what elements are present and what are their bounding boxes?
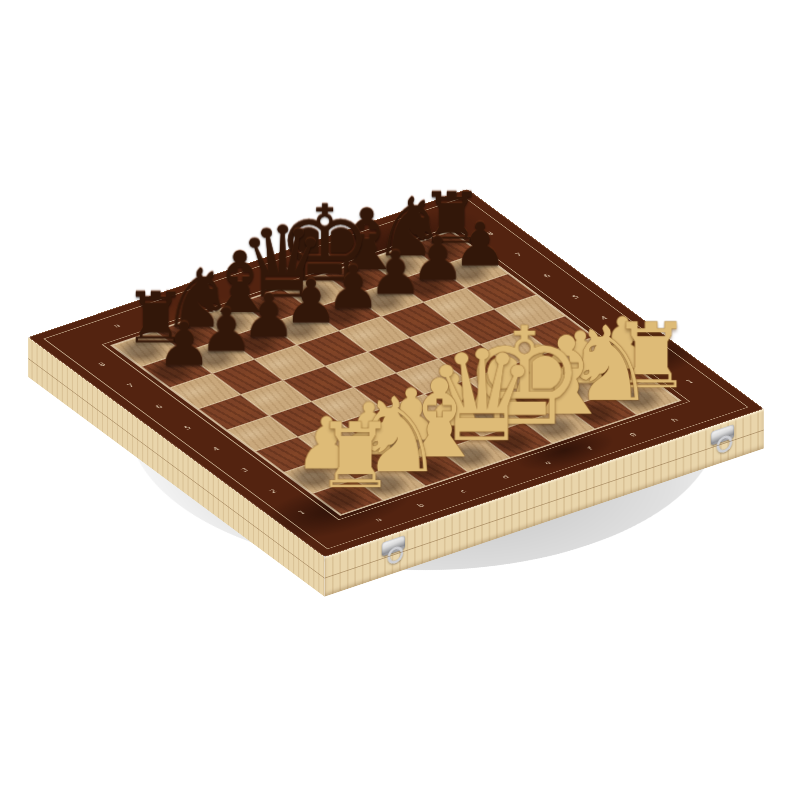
piece-white-rook[interactable]: ♜ (276, 412, 434, 502)
file-label: e (543, 460, 553, 465)
rank-label: 5 (183, 425, 193, 430)
rank-label: 1 (297, 510, 307, 515)
file-label: a (374, 517, 384, 522)
file-label: c (459, 489, 468, 494)
rank-label: 6 (154, 404, 164, 409)
file-label: g (628, 432, 638, 437)
metal-clasp-icon (382, 535, 405, 557)
rank-label: 7 (126, 383, 136, 388)
piece-black-pawn[interactable]: ♟ (119, 315, 247, 375)
rank-label: 8 (97, 362, 107, 367)
file-label: b (416, 503, 426, 508)
file-label: f (586, 446, 594, 451)
rank-label: 4 (211, 446, 221, 451)
metal-clasp-icon (711, 424, 734, 446)
product-photo-scene: aa88bb77cc66dd55ee44ff33gg22hh11♜♞♝♛♚♝♞♜… (0, 0, 800, 800)
rank-label: 3 (240, 467, 250, 472)
chess-board: aa88bb77cc66dd55ee44ff33gg22hh11♜♞♝♛♚♝♞♜… (28, 189, 764, 557)
file-label: d (501, 474, 511, 479)
file-label: h (670, 417, 680, 422)
